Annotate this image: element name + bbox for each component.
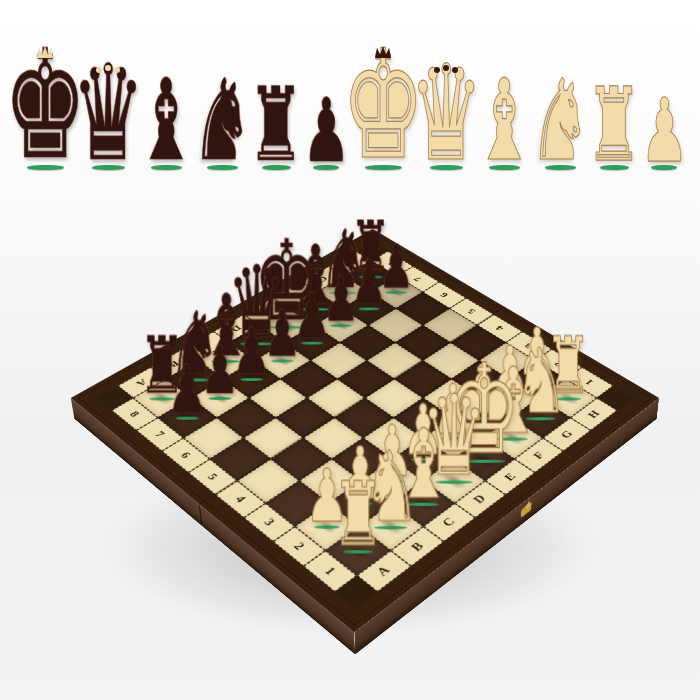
- light-pawn-icon: ♟: [640, 95, 689, 167]
- lineup-light-king: ♚: [353, 44, 413, 170]
- lineup-dark-bishop: ♝: [141, 75, 191, 170]
- white-piece-glyph: ♜: [319, 479, 398, 553]
- dark-rook-icon: ♜: [248, 83, 305, 167]
- brass-clasp-ornament: ✦: [518, 494, 538, 517]
- lineup-light-rook: ♜: [591, 83, 637, 170]
- light-queen-icon: ♛: [409, 59, 482, 167]
- piece-icon: ♜: [332, 479, 384, 551]
- light-rook-icon: ♜: [586, 83, 643, 167]
- dark-queen-icon: ♛: [71, 59, 144, 167]
- square-a4: [237, 459, 299, 503]
- light-knight-icon: ♞: [529, 75, 591, 167]
- square-d6: [280, 360, 337, 398]
- board-scene: 11AA22BB33CC44DD55EE66FF77GG88HH✦♜♞♝♛♚♝♞…: [0, 170, 700, 700]
- brass-clasp: ✦: [518, 496, 535, 524]
- piece-icon: ♟: [167, 362, 207, 417]
- lineup-dark-queen: ♛: [81, 59, 135, 170]
- fold-seam-on-wall: [199, 504, 203, 525]
- lineup-light-knight: ♞: [535, 75, 585, 170]
- lineup-light-bishop: ♝: [479, 75, 529, 170]
- chess-board: 11AA22BB33CC44DD55EE66FF77GG88HH✦♜♞♝♛♚♝♞…: [71, 229, 659, 632]
- product-photo: ♚♛♝♞♜♟♚♛♝♞♜♟ 11AA22BB33CC44DD55EE66FF77G…: [0, 0, 700, 700]
- lineup-dark-king: ♚: [15, 44, 75, 170]
- dark-queen-ball-finials: [105, 65, 111, 71]
- dark-bishop-icon: ♝: [135, 75, 197, 167]
- lineup-dark-knight: ♞: [197, 75, 247, 170]
- light-bishop-icon: ♝: [473, 75, 535, 167]
- lineup-dark-rook: ♜: [253, 83, 299, 170]
- piece-lineup: ♚♛♝♞♜♟♚♛♝♞♜♟: [0, 0, 700, 186]
- dark-knight-icon: ♞: [191, 75, 253, 167]
- lineup-light-pawn: ♟: [643, 95, 685, 170]
- black-piece-glyph: ♟: [157, 362, 217, 419]
- light-queen-ball-finials: [443, 65, 449, 71]
- lineup-light-queen: ♛: [419, 59, 473, 170]
